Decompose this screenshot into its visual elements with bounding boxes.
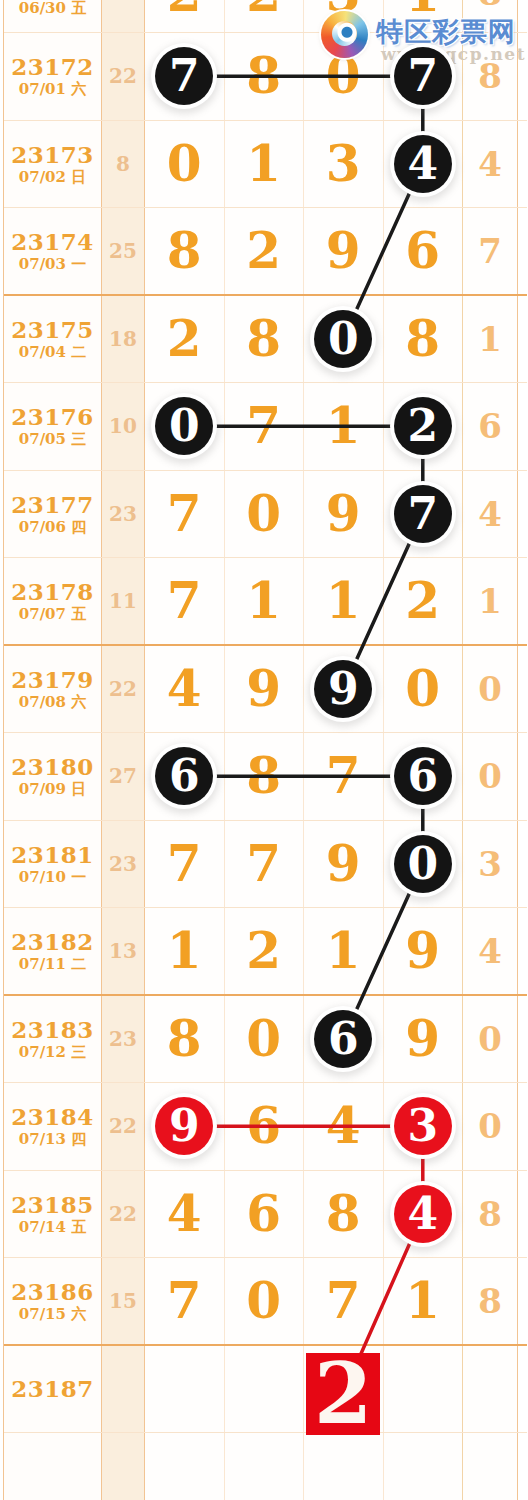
draw-date: 07/10 一 [19,868,86,886]
period-cell: 2318007/09 日 [4,733,102,820]
draw-digit: 1 [167,926,202,976]
draw-date: 07/08 六 [19,693,86,711]
digit-cell: 0 [225,1258,305,1344]
extra-digit: 0 [478,759,502,793]
period-number: 23187 [11,1376,94,1402]
draw-digit: 9 [405,926,440,976]
draw-digit: 7 [167,576,202,626]
draw-digit: 8 [246,751,281,801]
digit-cell: 4 [304,1083,384,1170]
digit-cell: 6 [145,733,225,820]
extra-digit-cell: 0 [463,996,518,1083]
red-circle-mark: 9 [155,1097,213,1155]
digit-cell: 6 [384,733,464,820]
sum-value: 22 [109,677,137,701]
extra-digit-cell: 4 [463,121,518,208]
period-cell: 2318607/15 六 [4,1258,102,1344]
period-number: 23177 [11,492,94,518]
sum-cell: 15 [102,1258,145,1344]
table-row-23182: 2318207/11 二1312194 [4,908,527,996]
black-circle-mark: 6 [314,1010,372,1068]
extra-digit: 4 [478,147,502,181]
extra-digit: 7 [478,234,502,268]
black-circle-mark: 7 [394,485,452,543]
extra-digit-cell: 8 [463,1258,518,1344]
extra-digit: 8 [478,1284,502,1318]
draw-date: 07/15 六 [19,1305,86,1323]
marked-digit: 6 [169,754,200,798]
table-row-23178: 2317807/07 五1171121 [4,558,527,646]
period-number: 23174 [11,229,94,255]
extra-digit-cell: 0 [463,646,518,733]
digit-cell: 8 [304,1171,384,1258]
draw-digit: 1 [326,926,361,976]
marked-digit: 6 [328,1017,359,1061]
digit-cell: 7 [145,558,225,644]
digit-cell: 9 [384,908,464,994]
table-row-23175: 2317507/04 二1828081 [4,296,527,384]
extra-digit: 4 [478,934,502,968]
draw-digit: 2 [405,576,440,626]
extra-digit-cell [463,1346,518,1433]
digit-cell: 8 [225,33,305,120]
extra-digit: 4 [478,497,502,531]
draw-digit: 7 [246,839,281,889]
sum-cell: 23 [102,471,145,558]
period-cell: 2317807/07 五 [4,558,102,644]
draw-digit: 6 [246,1189,281,1239]
sum-cell: 8 [102,121,145,208]
digit-cell: 6 [225,1171,305,1258]
draw-digit: 9 [326,489,361,539]
draw-date: 07/09 日 [19,780,86,798]
digit-cell [384,1346,464,1433]
draw-date: 06/30 五 [4,0,101,17]
sum-value: 11 [109,589,137,613]
period-cell: 2317307/02 日 [4,121,102,208]
sum-value: 8 [116,152,130,176]
digit-cell: 2 [225,0,305,32]
period-number: 23175 [11,317,94,343]
digit-cell: 2 [384,558,464,644]
sum-cell: 27 [102,733,145,820]
predicted-digit: 2 [314,1356,372,1432]
marked-digit: 6 [407,754,438,798]
digit-cell [225,1433,305,1500]
sum-value: 25 [109,239,137,263]
draw-digit: 8 [246,51,281,101]
extra-digit-cell: 1 [463,558,518,644]
draw-date: 07/13 四 [19,1130,86,1148]
table-row-23174: 2317407/03 一2582967 [4,208,527,296]
table-row [4,1433,527,1500]
table-row-23184: 2318407/13 四2296430 [4,1083,527,1171]
lottery-trend-chart: 06/30 五223182317207/01 六22780782317307/0… [0,0,528,1500]
black-circle-mark: 6 [155,747,213,805]
digit-cell: 9 [304,471,384,558]
period-cell: 2317607/05 三 [4,383,102,470]
extra-digit-cell: 1 [463,296,518,383]
digit-cell: 1 [145,908,225,994]
period-number: 23183 [11,1017,94,1043]
sum-cell: 13 [102,908,145,994]
table-row-23181: 2318107/10 一2377903 [4,821,527,909]
marked-digit: 2 [407,404,438,448]
marked-digit: 7 [169,54,200,98]
digit-cell: 7 [145,471,225,558]
digit-cell: 7 [145,1258,225,1344]
sum-cell: 11 [102,558,145,644]
draw-digit: 6 [246,1101,281,1151]
sum-value: 23 [109,502,137,526]
digit-cell: 1 [304,558,384,644]
draw-date: 07/11 二 [19,955,86,973]
draw-digit: 1 [326,576,361,626]
draw-digit: 0 [246,489,281,539]
draw-digit: 2 [145,0,224,19]
sum-cell: 22 [102,1083,145,1170]
extra-digit-cell: 3 [463,821,518,908]
digit-cell: 7 [304,733,384,820]
period-number: 23172 [11,54,94,80]
sum-value: 10 [109,414,137,438]
digit-cell: 4 [384,121,464,208]
sum-cell: 25 [102,208,145,294]
black-circle-mark: 4 [394,135,452,193]
sum-cell: 18 [102,296,145,383]
digit-cell: 1 [225,558,305,644]
period-number: 23178 [11,579,94,605]
digit-cell: 0 [225,471,305,558]
sum-cell: 23 [102,996,145,1083]
extra-digit-cell: 0 [463,1083,518,1170]
extra-digit-cell: 4 [463,471,518,558]
period-number: 23185 [11,1192,94,1218]
draw-digit: 2 [246,226,281,276]
draw-digit: 0 [167,139,202,189]
digit-cell: 0 [225,996,305,1083]
draw-digit: 4 [167,1189,202,1239]
extra-digit: 6 [478,409,502,443]
sum-value: 15 [109,1289,137,1313]
digit-cell: 9 [304,821,384,908]
trend-table: 06/30 五223182317207/01 六22780782317307/0… [3,0,527,1500]
draw-digit: 8 [246,314,281,364]
period-cell: 2317907/08 六 [4,646,102,733]
marked-digit: 0 [407,842,438,886]
digit-cell: 1 [304,383,384,470]
table-row-23186: 2318607/15 六1570718 [4,1258,527,1346]
digit-cell: 6 [225,1083,305,1170]
draw-date: 07/07 五 [19,605,86,623]
digit-cell: 2 [145,296,225,383]
draw-digit: 9 [326,226,361,276]
digit-cell: 7 [225,821,305,908]
draw-digit: 2 [167,314,202,364]
draw-digit: 1 [405,1276,440,1326]
digit-cell [225,1346,305,1433]
period-number: 23176 [11,404,94,430]
black-circle-mark: 7 [155,47,213,105]
black-circle-mark: 2 [394,397,452,455]
digit-cell: 6 [384,208,464,294]
table-row-23176: 2317607/05 三1007126 [4,383,527,471]
period-cell: 2318407/13 四 [4,1083,102,1170]
digit-cell: 8 [145,208,225,294]
sum-cell: 22 [102,1171,145,1258]
sum-value: 22 [109,1114,137,1138]
digit-cell: 2 [145,0,225,32]
digit-cell: 9 [384,996,464,1083]
digit-cell: 9 [145,1083,225,1170]
black-circle-mark: 0 [314,310,372,368]
draw-digit: 8 [167,226,202,276]
red-square-mark: 2 [306,1353,380,1435]
draw-digit: 6 [405,226,440,276]
draw-digit: 3 [326,139,361,189]
digit-cell: 4 [145,1171,225,1258]
digit-cell: 8 [225,296,305,383]
digit-cell: 2 [384,383,464,470]
digit-cell: 2 [225,908,305,994]
digit-cell: 0 [145,383,225,470]
draw-date: 07/02 日 [19,168,86,186]
table-row-23173: 2317307/02 日801344 [4,121,527,209]
extra-digit-cell: 4 [463,908,518,994]
period-cell: 2318207/11 二 [4,908,102,994]
sum-cell: 23 [102,821,145,908]
sum-value: 22 [109,64,137,88]
extra-digit: 3 [478,847,502,881]
period-number: 23173 [11,142,94,168]
period-cell: 2317207/01 六 [4,33,102,120]
digit-cell: 7 [145,821,225,908]
digit-cell [304,1433,384,1500]
draw-digit: 9 [246,664,281,714]
digit-cell: 3 [304,121,384,208]
digit-cell: 0 [145,121,225,208]
digit-cell: 4 [145,646,225,733]
draw-digit: 0 [246,1014,281,1064]
sum-cell: 10 [102,383,145,470]
digit-cell: 0 [384,821,464,908]
digit-cell: 7 [304,1258,384,1344]
digit-cell: 7 [145,33,225,120]
marked-digit: 7 [407,54,438,98]
draw-digit: 9 [326,839,361,889]
marked-digit: 7 [407,492,438,536]
extra-digit-cell: 7 [463,208,518,294]
sum-cell [102,0,145,32]
digit-cell: 2 [304,1346,384,1433]
digit-cell [145,1346,225,1433]
black-circle-mark: 6 [394,747,452,805]
sum-cell: 22 [102,33,145,120]
period-cell: 2317407/03 一 [4,208,102,294]
red-circle-mark: 3 [394,1097,452,1155]
digit-cell: 0 [384,646,464,733]
period-number: 23184 [11,1104,94,1130]
digit-cell: 1 [225,121,305,208]
digit-cell [145,1433,225,1500]
period-number: 23180 [11,754,94,780]
table-row-23187: 231872 [4,1346,527,1434]
digit-cell: 1 [384,1258,464,1344]
table-row-23180: 2318007/09 日2768760 [4,733,527,821]
draw-digit: 7 [167,839,202,889]
draw-digit: 9 [405,1014,440,1064]
period-cell [4,1433,102,1500]
draw-date: 07/06 四 [19,518,86,536]
digit-cell: 7 [384,471,464,558]
draw-digit: 2 [246,926,281,976]
draw-digit: 7 [246,401,281,451]
draw-digit: 2 [225,0,304,19]
marked-digit: 3 [407,1104,438,1148]
extra-digit-cell [463,1433,518,1500]
marked-digit: 0 [328,317,359,361]
extra-digit: 0 [478,1109,502,1143]
period-cell: 06/30 五 [4,0,102,32]
period-number: 23186 [11,1279,94,1305]
digit-cell [384,1433,464,1500]
black-circle-mark: 0 [394,835,452,893]
extra-digit-cell: 0 [463,733,518,820]
extra-digit: 1 [478,584,502,618]
draw-date: 07/01 六 [19,80,86,98]
sum-value: 13 [109,939,137,963]
draw-digit: 4 [167,664,202,714]
rainbow-swirl-logo-icon [321,11,368,58]
table-row-23179: 2317907/08 六2249900 [4,646,527,734]
period-cell: 2317507/04 二 [4,296,102,383]
draw-digit: 1 [246,576,281,626]
sum-value: 18 [109,327,137,351]
draw-digit: 1 [246,139,281,189]
digit-cell: 0 [304,296,384,383]
extra-digit-cell: 6 [463,383,518,470]
extra-digit: 8 [478,1197,502,1231]
extra-digit: 0 [478,672,502,706]
black-circle-mark: 0 [155,397,213,455]
digit-cell: 7 [225,383,305,470]
period-cell: 2318307/12 三 [4,996,102,1083]
black-circle-mark: 9 [314,660,372,718]
extra-digit-cell: 8 [463,1171,518,1258]
marked-digit: 4 [407,142,438,186]
sum-cell [102,1433,145,1500]
draw-digit: 8 [167,1014,202,1064]
draw-digit: 4 [326,1101,361,1151]
period-cell: 2318507/14 五 [4,1171,102,1258]
marked-digit: 0 [169,404,200,448]
period-cell: 2318107/10 一 [4,821,102,908]
marked-digit: 9 [328,667,359,711]
digit-cell: 9 [304,208,384,294]
draw-digit: 0 [405,664,440,714]
draw-date: 07/14 五 [19,1218,86,1236]
digit-cell: 9 [304,646,384,733]
digit-cell: 8 [145,996,225,1083]
draw-digit: 0 [246,1276,281,1326]
marked-digit: 9 [169,1104,200,1148]
draw-digit: 7 [326,1276,361,1326]
period-cell: 2317707/06 四 [4,471,102,558]
sum-value: 22 [109,1202,137,1226]
marked-digit: 4 [407,1192,438,1236]
digit-cell: 4 [384,1171,464,1258]
digit-cell: 2 [225,208,305,294]
draw-digit: 8 [405,314,440,364]
digit-cell: 6 [304,996,384,1083]
draw-digit: 1 [326,401,361,451]
digit-cell: 1 [304,908,384,994]
sum-value: 23 [109,852,137,876]
extra-digit: 1 [478,322,502,356]
sum-value: 23 [109,1027,137,1051]
period-number: 23181 [11,842,94,868]
extra-digit: 0 [478,1022,502,1056]
sum-value: 27 [109,764,137,788]
draw-date: 07/04 二 [19,343,86,361]
draw-digit: 7 [326,751,361,801]
period-number: 23182 [11,929,94,955]
period-number: 23179 [11,667,94,693]
digit-cell: 8 [225,733,305,820]
table-row-23177: 2317707/06 四2370974 [4,471,527,559]
digit-cell: 3 [384,1083,464,1170]
draw-digit: 8 [326,1189,361,1239]
red-circle-mark: 4 [394,1185,452,1243]
draw-date: 07/03 一 [19,255,86,273]
table-row-23185: 2318507/14 五2246848 [4,1171,527,1259]
sum-cell: 22 [102,646,145,733]
draw-digit: 7 [167,1276,202,1326]
draw-date: 07/12 三 [19,1043,86,1061]
period-cell: 23187 [4,1346,102,1433]
sum-cell [102,1346,145,1433]
draw-date: 07/05 三 [19,430,86,448]
digit-cell: 9 [225,646,305,733]
draw-digit: 7 [167,489,202,539]
black-circle-mark: 7 [394,47,452,105]
table-row-23183: 2318307/12 三2380690 [4,996,527,1084]
digit-cell: 8 [384,296,464,383]
